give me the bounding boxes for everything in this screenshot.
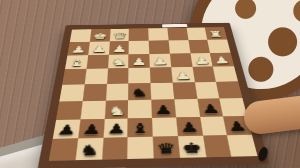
square-g1[interactable]: ♚ bbox=[90, 29, 111, 42]
photo-scene: ♚♛♜♟♟♟♝♞♟♟♟♟♟♞♞♟♟♟♟♟♝♟♟♞♛♚ bbox=[0, 0, 300, 168]
black-pawn-c7[interactable]: ♟ bbox=[176, 120, 202, 135]
square-h6[interactable] bbox=[56, 101, 82, 120]
white-pawn-g2[interactable]: ♟ bbox=[88, 44, 109, 54]
square-a2[interactable] bbox=[207, 39, 230, 52]
square-f4[interactable] bbox=[106, 68, 128, 84]
square-g5[interactable] bbox=[82, 84, 106, 101]
square-f1[interactable]: ♛ bbox=[109, 29, 129, 42]
black-knight-e5[interactable]: ♞ bbox=[128, 86, 151, 99]
square-f7[interactable]: ♟ bbox=[103, 118, 128, 138]
board-brand-label bbox=[162, 24, 187, 27]
square-c6[interactable] bbox=[174, 99, 199, 117]
black-pawn-d6[interactable]: ♟ bbox=[151, 103, 175, 117]
square-h8[interactable] bbox=[49, 139, 78, 161]
square-h7[interactable]: ♟ bbox=[53, 119, 80, 139]
white-bishop-h3[interactable]: ♝ bbox=[65, 58, 88, 69]
square-g2[interactable]: ♟ bbox=[88, 41, 109, 55]
white-pawn-e3[interactable]: ♟ bbox=[129, 57, 150, 68]
black-pawn-h7[interactable]: ♟ bbox=[53, 123, 80, 139]
white-knight-f3[interactable]: ♞ bbox=[108, 57, 129, 68]
square-h5[interactable] bbox=[59, 84, 84, 101]
black-knight-g8[interactable]: ♞ bbox=[75, 142, 102, 159]
square-h1[interactable] bbox=[70, 29, 91, 42]
square-d2[interactable] bbox=[149, 40, 170, 53]
black-bishop-e7[interactable]: ♝ bbox=[128, 121, 153, 136]
square-c1[interactable] bbox=[167, 28, 188, 41]
square-a4[interactable] bbox=[213, 66, 238, 82]
square-h2[interactable]: ♟ bbox=[67, 42, 89, 56]
square-c5[interactable] bbox=[172, 82, 196, 99]
black-pawn-b6[interactable]: ♟ bbox=[197, 102, 223, 116]
square-a5[interactable] bbox=[216, 81, 242, 98]
chess-board[interactable]: ♚♛♜♟♟♟♝♞♟♟♟♟♟♞♞♟♟♟♟♟♝♟♟♞♛♚ bbox=[37, 23, 269, 168]
square-g6[interactable] bbox=[80, 101, 105, 119]
square-c2[interactable] bbox=[168, 40, 190, 53]
black-queen-d8[interactable]: ♛ bbox=[153, 141, 180, 158]
square-h4[interactable] bbox=[62, 69, 86, 85]
square-e2[interactable] bbox=[129, 41, 149, 55]
white-pawn-c4[interactable]: ♟ bbox=[171, 70, 194, 82]
white-pawn-f2[interactable]: ♟ bbox=[108, 44, 129, 54]
square-c7[interactable]: ♟ bbox=[176, 117, 203, 137]
white-king-g1[interactable]: ♚ bbox=[90, 31, 110, 41]
square-b2[interactable] bbox=[188, 40, 210, 53]
square-g7[interactable]: ♟ bbox=[78, 119, 104, 139]
square-d6[interactable]: ♟ bbox=[151, 99, 176, 117]
black-king-c8[interactable]: ♚ bbox=[178, 140, 206, 157]
black-pawn-f7[interactable]: ♟ bbox=[103, 122, 128, 137]
white-rook-a1[interactable]: ♜ bbox=[205, 30, 226, 40]
square-e5[interactable]: ♞ bbox=[128, 83, 151, 100]
white-pawn-d3[interactable]: ♟ bbox=[149, 56, 171, 67]
square-e7[interactable]: ♝ bbox=[128, 118, 153, 138]
square-e6[interactable] bbox=[128, 100, 152, 118]
square-d1[interactable] bbox=[148, 28, 168, 41]
white-pawn-h2[interactable]: ♟ bbox=[68, 44, 90, 54]
square-c8[interactable]: ♚ bbox=[178, 136, 206, 158]
square-e1[interactable] bbox=[129, 28, 149, 41]
square-g4[interactable] bbox=[84, 69, 107, 85]
square-a8[interactable] bbox=[227, 135, 257, 157]
square-h3[interactable]: ♝ bbox=[65, 55, 88, 70]
white-queen-f1[interactable]: ♛ bbox=[109, 31, 129, 41]
square-f8[interactable] bbox=[101, 138, 127, 160]
square-g3[interactable] bbox=[86, 54, 108, 69]
white-pawn-b3[interactable]: ♟ bbox=[190, 56, 213, 67]
white-pawn-a3[interactable]: ♟ bbox=[211, 55, 234, 66]
square-f2[interactable]: ♟ bbox=[108, 41, 129, 55]
square-f3[interactable]: ♞ bbox=[108, 54, 129, 69]
square-a6[interactable] bbox=[220, 98, 247, 116]
square-e4[interactable] bbox=[129, 68, 151, 84]
square-e8[interactable] bbox=[128, 137, 154, 159]
square-d4[interactable] bbox=[150, 68, 173, 84]
square-d7[interactable] bbox=[152, 117, 178, 137]
square-f5[interactable] bbox=[105, 84, 128, 101]
square-a3[interactable]: ♟ bbox=[210, 52, 234, 66]
square-d8[interactable]: ♛ bbox=[153, 137, 180, 159]
square-e3[interactable]: ♟ bbox=[129, 54, 150, 69]
square-c4[interactable]: ♟ bbox=[171, 67, 194, 83]
square-d3[interactable]: ♟ bbox=[149, 53, 171, 67]
board-area: ♚♛♜♟♟♟♝♞♟♟♟♟♟♞♞♟♟♟♟♟♝♟♟♞♛♚ bbox=[66, 24, 244, 164]
square-a1[interactable]: ♜ bbox=[205, 27, 227, 39]
white-knight-f6[interactable]: ♞ bbox=[104, 104, 128, 118]
black-pawn-g7[interactable]: ♟ bbox=[78, 122, 104, 137]
square-d5[interactable] bbox=[151, 83, 175, 100]
square-c3[interactable] bbox=[170, 53, 192, 67]
square-g8[interactable]: ♞ bbox=[75, 138, 103, 160]
square-f6[interactable]: ♞ bbox=[104, 100, 128, 118]
